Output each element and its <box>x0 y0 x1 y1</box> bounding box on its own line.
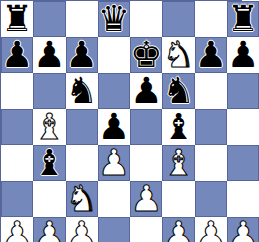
square-e3[interactable]: ♟ <box>130 181 162 217</box>
square-f4[interactable]: ♝ <box>162 145 194 181</box>
square-b7[interactable]: ♟ <box>33 37 65 73</box>
square-h2[interactable]: ♟ <box>227 217 259 242</box>
black-pawn[interactable]: ♟ <box>98 109 130 145</box>
square-d7[interactable] <box>98 37 130 73</box>
square-d2[interactable] <box>98 217 130 242</box>
square-g4[interactable] <box>195 145 227 181</box>
square-f5[interactable]: ♝ <box>162 109 194 145</box>
square-g3[interactable] <box>195 181 227 217</box>
black-queen[interactable]: ♛ <box>98 1 130 37</box>
square-b6[interactable] <box>33 73 65 109</box>
square-b4[interactable]: ♝ <box>33 145 65 181</box>
white-pawn[interactable]: ♟ <box>98 145 130 181</box>
chess-board: ♜♛♜♟♟♟♚♞♟♟♞♟♞♝♟♝♝♟♝♞♟♟♟♟♟♟♟♜♛♜♚ <box>0 0 242 242</box>
square-d5[interactable]: ♟ <box>98 109 130 145</box>
square-e8[interactable] <box>130 1 162 37</box>
black-pawn[interactable]: ♟ <box>195 37 227 73</box>
black-bishop[interactable]: ♝ <box>33 145 65 181</box>
square-h5[interactable] <box>227 109 259 145</box>
square-e2[interactable] <box>130 217 162 242</box>
square-e7[interactable]: ♚ <box>130 37 162 73</box>
black-knight[interactable]: ♞ <box>66 73 98 109</box>
square-d6[interactable] <box>98 73 130 109</box>
black-pawn[interactable]: ♟ <box>66 37 98 73</box>
square-c3[interactable]: ♞ <box>66 181 98 217</box>
white-knight[interactable]: ♞ <box>162 37 194 73</box>
square-b3[interactable] <box>33 181 65 217</box>
square-f7[interactable]: ♞ <box>162 37 194 73</box>
square-a3[interactable] <box>1 181 33 217</box>
square-a6[interactable] <box>1 73 33 109</box>
white-knight[interactable]: ♞ <box>66 181 98 217</box>
white-bishop[interactable]: ♝ <box>162 145 194 181</box>
square-g6[interactable] <box>195 73 227 109</box>
square-e6[interactable]: ♟ <box>130 73 162 109</box>
white-pawn[interactable]: ♟ <box>66 217 98 242</box>
square-a4[interactable] <box>1 145 33 181</box>
square-e5[interactable] <box>130 109 162 145</box>
square-h3[interactable] <box>227 181 259 217</box>
square-c6[interactable]: ♞ <box>66 73 98 109</box>
square-b2[interactable]: ♟ <box>33 217 65 242</box>
white-pawn[interactable]: ♟ <box>130 181 162 217</box>
square-a8[interactable]: ♜ <box>1 1 33 37</box>
square-a2[interactable]: ♟ <box>1 217 33 242</box>
square-c8[interactable] <box>66 1 98 37</box>
square-g7[interactable]: ♟ <box>195 37 227 73</box>
square-h8[interactable]: ♜ <box>227 1 259 37</box>
black-knight[interactable]: ♞ <box>162 73 194 109</box>
black-pawn[interactable]: ♟ <box>130 73 162 109</box>
square-g2[interactable]: ♟ <box>195 217 227 242</box>
white-pawn[interactable]: ♟ <box>227 217 259 242</box>
white-pawn[interactable]: ♟ <box>1 217 33 242</box>
black-rook[interactable]: ♜ <box>1 1 33 37</box>
square-c7[interactable]: ♟ <box>66 37 98 73</box>
square-h4[interactable] <box>227 145 259 181</box>
square-b5[interactable]: ♝ <box>33 109 65 145</box>
square-e4[interactable] <box>130 145 162 181</box>
square-d4[interactable]: ♟ <box>98 145 130 181</box>
square-d8[interactable]: ♛ <box>98 1 130 37</box>
black-pawn[interactable]: ♟ <box>227 37 259 73</box>
black-rook[interactable]: ♜ <box>227 1 259 37</box>
square-f6[interactable]: ♞ <box>162 73 194 109</box>
square-b8[interactable] <box>33 1 65 37</box>
black-pawn[interactable]: ♟ <box>33 37 65 73</box>
square-h7[interactable]: ♟ <box>227 37 259 73</box>
black-king[interactable]: ♚ <box>130 37 162 73</box>
square-h6[interactable] <box>227 73 259 109</box>
square-f8[interactable] <box>162 1 194 37</box>
white-pawn[interactable]: ♟ <box>162 217 194 242</box>
square-d3[interactable] <box>98 181 130 217</box>
square-c2[interactable]: ♟ <box>66 217 98 242</box>
square-f2[interactable]: ♟ <box>162 217 194 242</box>
square-g5[interactable] <box>195 109 227 145</box>
square-g8[interactable] <box>195 1 227 37</box>
square-c4[interactable] <box>66 145 98 181</box>
black-bishop[interactable]: ♝ <box>162 109 194 145</box>
white-pawn[interactable]: ♟ <box>33 217 65 242</box>
square-f3[interactable] <box>162 181 194 217</box>
black-pawn[interactable]: ♟ <box>1 37 33 73</box>
square-a7[interactable]: ♟ <box>1 37 33 73</box>
square-a5[interactable] <box>1 109 33 145</box>
white-bishop[interactable]: ♝ <box>33 109 65 145</box>
square-c5[interactable] <box>66 109 98 145</box>
white-pawn[interactable]: ♟ <box>195 217 227 242</box>
